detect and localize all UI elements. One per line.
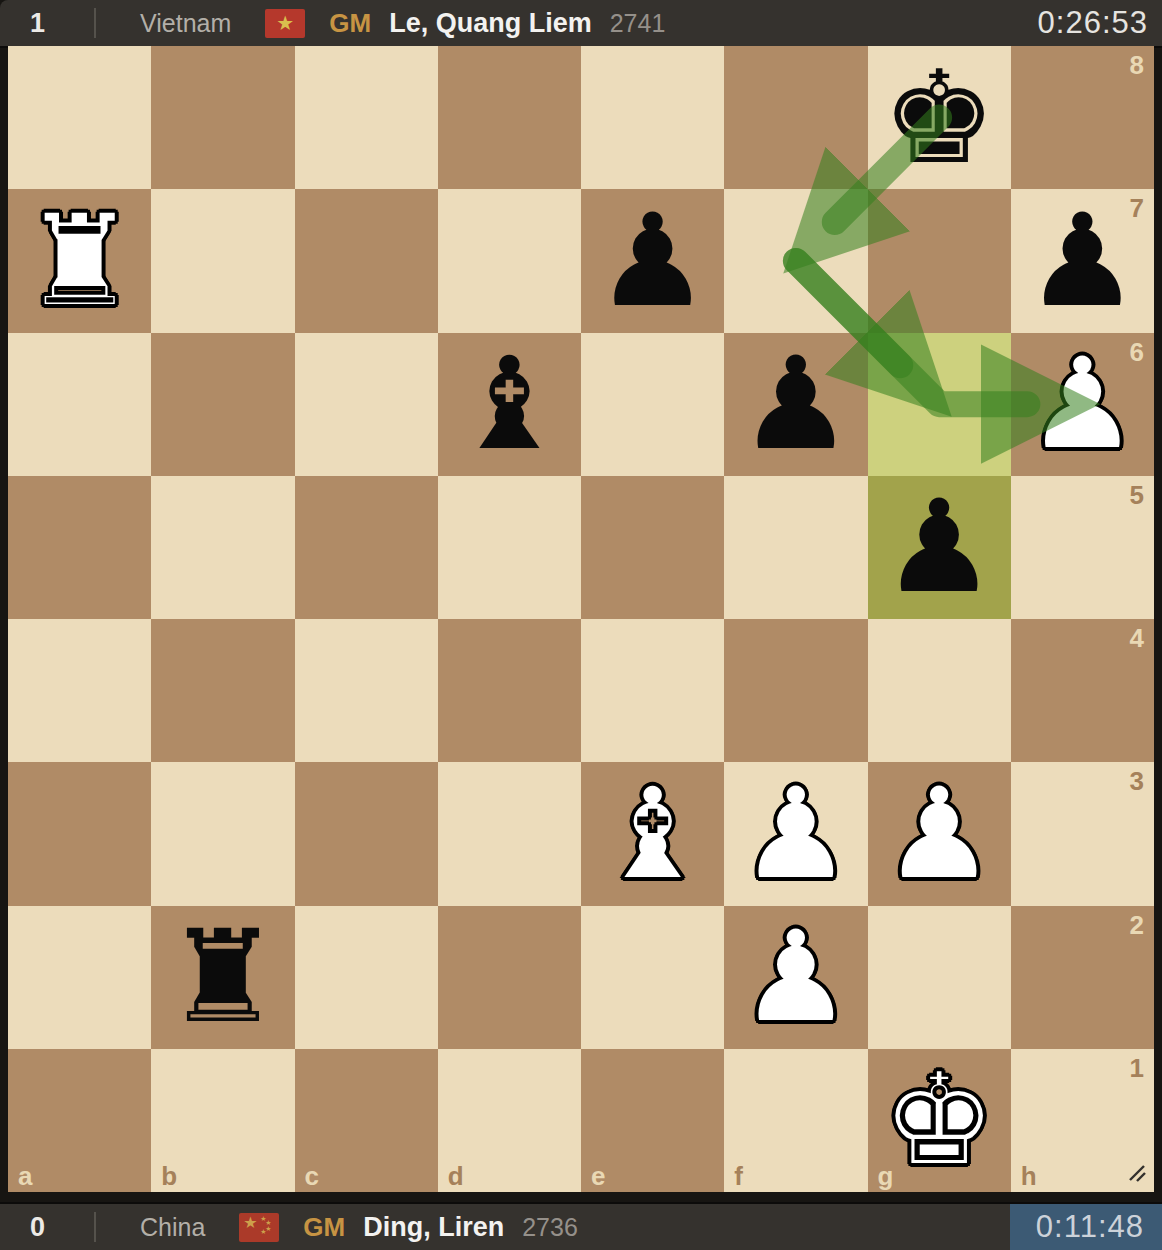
square-e6[interactable]	[581, 333, 724, 476]
square-a4[interactable]	[8, 619, 151, 762]
square-g6[interactable]	[868, 333, 1011, 476]
square-b1[interactable]: b	[151, 1049, 294, 1192]
black-bishop[interactable]: ♝	[452, 340, 567, 468]
black-rook[interactable]: ♜	[166, 913, 281, 1041]
square-g5[interactable]: ♟	[868, 476, 1011, 619]
bottom-player-bar: 0 China GM Ding, Liren 2736 0:11:48	[0, 1204, 1162, 1250]
bottom-player-clock: 0:11:48	[1036, 1209, 1144, 1245]
bottom-player-rating: 2736	[522, 1213, 578, 1242]
top-player-clock: 0:26:53	[1038, 5, 1162, 41]
square-e5[interactable]	[581, 476, 724, 619]
square-e3[interactable]: ♝	[581, 762, 724, 905]
square-a2[interactable]	[8, 906, 151, 1049]
square-c1[interactable]: c	[295, 1049, 438, 1192]
square-e8[interactable]	[581, 46, 724, 189]
rank-label-1: 1	[1130, 1055, 1144, 1081]
active-clock-highlight: 0:11:48	[1010, 1204, 1162, 1250]
square-h2[interactable]: 2	[1011, 906, 1154, 1049]
square-a5[interactable]	[8, 476, 151, 619]
file-label-c: c	[305, 1163, 319, 1189]
white-rook[interactable]: ♜	[22, 197, 137, 325]
square-b4[interactable]	[151, 619, 294, 762]
square-a3[interactable]	[8, 762, 151, 905]
square-b8[interactable]	[151, 46, 294, 189]
white-pawn[interactable]: ♟	[739, 770, 854, 898]
white-pawn[interactable]: ♟	[739, 913, 854, 1041]
square-c6[interactable]	[295, 333, 438, 476]
rank-label-3: 3	[1130, 768, 1144, 794]
square-e7[interactable]: ♟	[581, 189, 724, 332]
white-king[interactable]: ♚	[882, 1056, 997, 1184]
file-label-g: g	[878, 1163, 894, 1189]
square-a7[interactable]: ♜	[8, 189, 151, 332]
square-g8[interactable]: ♚	[868, 46, 1011, 189]
square-d6[interactable]: ♝	[438, 333, 581, 476]
file-label-h: h	[1021, 1163, 1037, 1189]
rank-label-4: 4	[1130, 625, 1144, 651]
square-f4[interactable]	[724, 619, 867, 762]
square-b6[interactable]	[151, 333, 294, 476]
square-a1[interactable]: a	[8, 1049, 151, 1192]
square-d4[interactable]	[438, 619, 581, 762]
file-label-d: d	[448, 1163, 464, 1189]
square-e1[interactable]: e	[581, 1049, 724, 1192]
bottom-player-country: China	[140, 1213, 205, 1242]
file-label-a: a	[18, 1163, 32, 1189]
square-c2[interactable]	[295, 906, 438, 1049]
square-f8[interactable]	[724, 46, 867, 189]
file-label-f: f	[734, 1163, 743, 1189]
square-c8[interactable]	[295, 46, 438, 189]
top-player-country: Vietnam	[140, 9, 231, 38]
square-g1[interactable]: ♚g	[868, 1049, 1011, 1192]
square-d5[interactable]	[438, 476, 581, 619]
square-b7[interactable]	[151, 189, 294, 332]
top-player-bar: 1 Vietnam GM Le, Quang Liem 2741 0:26:53	[0, 0, 1162, 46]
file-label-b: b	[161, 1163, 177, 1189]
square-b5[interactable]	[151, 476, 294, 619]
square-f3[interactable]: ♟	[724, 762, 867, 905]
square-c5[interactable]	[295, 476, 438, 619]
square-h8[interactable]: 8	[1011, 46, 1154, 189]
square-h6[interactable]: ♟6	[1011, 333, 1154, 476]
top-player-title: GM	[329, 8, 371, 39]
vietnam-flag-icon	[265, 9, 305, 38]
white-pawn[interactable]: ♟	[882, 770, 997, 898]
white-bishop[interactable]: ♝	[595, 770, 710, 898]
square-b3[interactable]	[151, 762, 294, 905]
square-a6[interactable]	[8, 333, 151, 476]
top-player-rating: 2741	[610, 9, 666, 38]
square-g3[interactable]: ♟	[868, 762, 1011, 905]
bottom-player-score: 0	[0, 1212, 94, 1243]
rank-label-5: 5	[1130, 482, 1144, 508]
square-f1[interactable]: f	[724, 1049, 867, 1192]
rank-label-6: 6	[1130, 339, 1144, 365]
square-h7[interactable]: ♟7	[1011, 189, 1154, 332]
square-d8[interactable]	[438, 46, 581, 189]
square-d7[interactable]	[438, 189, 581, 332]
square-b2[interactable]: ♜	[151, 906, 294, 1049]
bar-divider	[94, 8, 96, 38]
square-g2[interactable]	[868, 906, 1011, 1049]
square-c3[interactable]	[295, 762, 438, 905]
file-label-e: e	[591, 1163, 605, 1189]
square-g7[interactable]	[868, 189, 1011, 332]
white-pawn[interactable]: ♟	[1025, 340, 1140, 468]
square-h3[interactable]: 3	[1011, 762, 1154, 905]
square-c4[interactable]	[295, 619, 438, 762]
chess-board[interactable]: ♚8♜♟♟7♝♟♟6♟54♝♟♟3♜♟2abcdef♚gh1	[8, 46, 1154, 1192]
square-f2[interactable]: ♟	[724, 906, 867, 1049]
black-pawn[interactable]: ♟	[882, 483, 997, 611]
black-pawn[interactable]: ♟	[739, 340, 854, 468]
bottom-player-name: Ding, Liren	[363, 1212, 504, 1243]
square-a8[interactable]	[8, 46, 151, 189]
square-g4[interactable]	[868, 619, 1011, 762]
square-d1[interactable]: d	[438, 1049, 581, 1192]
square-c7[interactable]	[295, 189, 438, 332]
black-pawn[interactable]: ♟	[595, 197, 710, 325]
board-resize-handle-icon[interactable]	[1127, 1163, 1147, 1187]
square-e4[interactable]	[581, 619, 724, 762]
rank-label-7: 7	[1130, 195, 1144, 221]
square-f6[interactable]: ♟	[724, 333, 867, 476]
square-d2[interactable]	[438, 906, 581, 1049]
square-h4[interactable]: 4	[1011, 619, 1154, 762]
china-flag-icon	[239, 1213, 279, 1242]
square-d3[interactable]	[438, 762, 581, 905]
square-f7[interactable]	[724, 189, 867, 332]
square-f5[interactable]	[724, 476, 867, 619]
bottom-player-title: GM	[303, 1212, 345, 1243]
top-player-name: Le, Quang Liem	[389, 8, 592, 39]
black-king[interactable]: ♚	[882, 54, 997, 182]
top-player-score: 1	[0, 8, 94, 39]
square-h5[interactable]: 5	[1011, 476, 1154, 619]
bar-divider	[94, 1212, 96, 1242]
black-pawn[interactable]: ♟	[1025, 197, 1140, 325]
rank-label-2: 2	[1130, 912, 1144, 938]
square-e2[interactable]	[581, 906, 724, 1049]
rank-label-8: 8	[1130, 52, 1144, 78]
